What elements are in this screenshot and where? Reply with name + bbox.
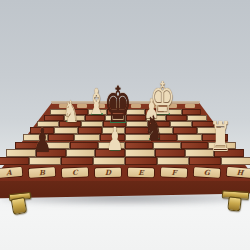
- file-label-H: H: [226, 166, 250, 177]
- piece-white-rook: ♜: [207, 121, 232, 153]
- clasp-pendant-icon: [11, 197, 28, 215]
- file-label-D: D: [94, 167, 120, 176]
- far-coordinate-plaque: [185, 104, 195, 108]
- file-label-F: F: [160, 167, 186, 177]
- piece-black-pawn: ♟: [32, 128, 52, 154]
- board-rank-4: [23, 134, 229, 141]
- square-f2: [155, 149, 185, 157]
- square-e1: [125, 157, 157, 165]
- square-c5: [78, 127, 102, 134]
- file-label-A: A: [0, 166, 22, 177]
- square-f1: [157, 157, 189, 165]
- square-c4: [74, 134, 100, 141]
- square-a1: [0, 157, 29, 165]
- piece-black-king: ♚: [102, 86, 133, 125]
- product-photo-scene: ABCDEFGH ♟♞♝♚♟♟♞♚♜: [0, 0, 250, 250]
- piece-white-knight: ♞: [62, 100, 81, 123]
- square-g4: [177, 134, 203, 141]
- file-label-E: E: [127, 167, 153, 176]
- piece-black-knight: ♞: [144, 115, 165, 142]
- square-c2: [66, 149, 96, 157]
- piece-white-pawn: ♟: [105, 127, 125, 152]
- square-c3: [70, 142, 98, 150]
- file-label-G: G: [193, 167, 219, 177]
- square-c1: [61, 157, 93, 165]
- square-e2: [125, 149, 155, 157]
- file-label-C: C: [61, 167, 87, 177]
- square-d1: [93, 157, 125, 165]
- square-g3: [181, 142, 209, 150]
- clasp-pendant-icon: [227, 196, 241, 211]
- file-label-B: B: [28, 167, 54, 177]
- square-g5: [173, 127, 197, 134]
